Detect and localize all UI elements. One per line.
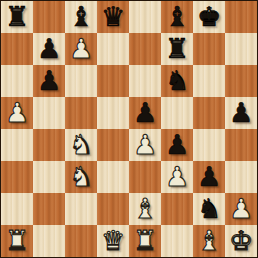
white-pawn-a5[interactable]: ♟ [5, 97, 29, 129]
square-a4[interactable] [1, 129, 33, 161]
white-rook-e1[interactable]: ♜ [133, 225, 157, 257]
square-b1[interactable] [33, 225, 65, 257]
square-g1[interactable]: ♝ [193, 225, 225, 257]
black-pawn-b6[interactable]: ♟ [37, 65, 61, 97]
square-g3[interactable]: ♟ [193, 161, 225, 193]
square-h1[interactable]: ♚ [225, 225, 257, 257]
square-f1[interactable] [161, 225, 193, 257]
black-pawn-f4[interactable]: ♟ [165, 129, 189, 161]
square-f3[interactable]: ♟ [161, 161, 193, 193]
white-bishop-g1[interactable]: ♝ [197, 225, 221, 257]
square-g8[interactable]: ♚ [193, 1, 225, 33]
square-b2[interactable] [33, 193, 65, 225]
square-e4[interactable]: ♟ [129, 129, 161, 161]
black-rook-a8[interactable]: ♜ [5, 1, 29, 33]
square-e6[interactable] [129, 65, 161, 97]
square-e8[interactable] [129, 1, 161, 33]
square-b3[interactable] [33, 161, 65, 193]
square-b7[interactable]: ♟ [33, 33, 65, 65]
square-g7[interactable] [193, 33, 225, 65]
square-b4[interactable] [33, 129, 65, 161]
square-f7[interactable]: ♜ [161, 33, 193, 65]
white-pawn-e4[interactable]: ♟ [133, 129, 157, 161]
square-c7[interactable]: ♟ [65, 33, 97, 65]
white-pawn-c7[interactable]: ♟ [69, 33, 93, 65]
square-g4[interactable] [193, 129, 225, 161]
black-pawn-e5[interactable]: ♟ [133, 97, 157, 129]
chess-board: ♜♝♛♝♚♟♟♜♟♞♟♟♟♞♟♟♞♟♟♝♞♟♜♛♜♝♚ [1, 1, 257, 257]
black-king-g8[interactable]: ♚ [197, 1, 221, 33]
square-a5[interactable]: ♟ [1, 97, 33, 129]
black-pawn-h5[interactable]: ♟ [229, 97, 253, 129]
square-d4[interactable] [97, 129, 129, 161]
square-a3[interactable] [1, 161, 33, 193]
square-a6[interactable] [1, 65, 33, 97]
square-a2[interactable] [1, 193, 33, 225]
square-a8[interactable]: ♜ [1, 1, 33, 33]
white-king-h1[interactable]: ♚ [229, 225, 253, 257]
square-d8[interactable]: ♛ [97, 1, 129, 33]
square-c4[interactable]: ♞ [65, 129, 97, 161]
square-e1[interactable]: ♜ [129, 225, 161, 257]
square-d7[interactable] [97, 33, 129, 65]
square-a7[interactable] [1, 33, 33, 65]
black-pawn-b7[interactable]: ♟ [37, 33, 61, 65]
black-knight-f6[interactable]: ♞ [165, 65, 189, 97]
square-g2[interactable]: ♞ [193, 193, 225, 225]
square-d2[interactable] [97, 193, 129, 225]
square-h8[interactable] [225, 1, 257, 33]
white-knight-c4[interactable]: ♞ [69, 129, 93, 161]
square-h4[interactable] [225, 129, 257, 161]
square-b6[interactable]: ♟ [33, 65, 65, 97]
chessboard-frame: ♜♝♛♝♚♟♟♜♟♞♟♟♟♞♟♟♞♟♟♝♞♟♜♛♜♝♚ [0, 0, 258, 258]
square-g6[interactable] [193, 65, 225, 97]
square-b8[interactable] [33, 1, 65, 33]
white-bishop-e2[interactable]: ♝ [133, 193, 157, 225]
black-knight-g2[interactable]: ♞ [197, 193, 221, 225]
square-f5[interactable] [161, 97, 193, 129]
square-c1[interactable] [65, 225, 97, 257]
square-h7[interactable] [225, 33, 257, 65]
square-g5[interactable] [193, 97, 225, 129]
square-d6[interactable] [97, 65, 129, 97]
white-rook-a1[interactable]: ♜ [5, 225, 29, 257]
black-rook-f7[interactable]: ♜ [165, 33, 189, 65]
square-e5[interactable]: ♟ [129, 97, 161, 129]
square-c6[interactable] [65, 65, 97, 97]
white-queen-d1[interactable]: ♛ [101, 225, 125, 257]
square-e3[interactable] [129, 161, 161, 193]
square-h6[interactable] [225, 65, 257, 97]
black-pawn-g3[interactable]: ♟ [197, 161, 221, 193]
black-bishop-f8[interactable]: ♝ [165, 1, 189, 33]
square-c2[interactable] [65, 193, 97, 225]
white-pawn-h2[interactable]: ♟ [229, 193, 253, 225]
square-f6[interactable]: ♞ [161, 65, 193, 97]
square-h3[interactable] [225, 161, 257, 193]
square-d3[interactable] [97, 161, 129, 193]
square-h2[interactable]: ♟ [225, 193, 257, 225]
square-c8[interactable]: ♝ [65, 1, 97, 33]
square-e7[interactable] [129, 33, 161, 65]
square-c5[interactable] [65, 97, 97, 129]
square-b5[interactable] [33, 97, 65, 129]
black-queen-d8[interactable]: ♛ [101, 1, 125, 33]
white-pawn-f3[interactable]: ♟ [165, 161, 189, 193]
square-f8[interactable]: ♝ [161, 1, 193, 33]
square-f2[interactable] [161, 193, 193, 225]
square-a1[interactable]: ♜ [1, 225, 33, 257]
square-e2[interactable]: ♝ [129, 193, 161, 225]
black-bishop-c8[interactable]: ♝ [69, 1, 93, 33]
square-d1[interactable]: ♛ [97, 225, 129, 257]
square-f4[interactable]: ♟ [161, 129, 193, 161]
square-d5[interactable] [97, 97, 129, 129]
white-knight-c3[interactable]: ♞ [69, 161, 93, 193]
square-c3[interactable]: ♞ [65, 161, 97, 193]
square-h5[interactable]: ♟ [225, 97, 257, 129]
